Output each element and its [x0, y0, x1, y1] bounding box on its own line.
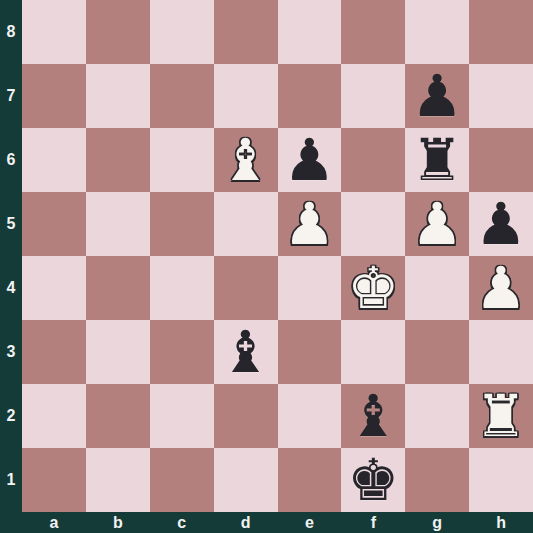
file-label-f: f	[341, 512, 405, 533]
square-f1[interactable]: ♚	[341, 448, 405, 512]
square-g3[interactable]	[405, 320, 469, 384]
square-e7[interactable]	[278, 64, 342, 128]
chess-board-frame: 87654321 ♟♝♟♜♟♟♟♚♟♝♝♜♚ abcdefgh	[0, 0, 533, 533]
square-f8[interactable]	[341, 0, 405, 64]
square-c1[interactable]	[150, 448, 214, 512]
square-a8[interactable]	[22, 0, 86, 64]
square-a3[interactable]	[22, 320, 86, 384]
square-b6[interactable]	[86, 128, 150, 192]
square-g2[interactable]	[405, 384, 469, 448]
piece-white-pawn[interactable]: ♟	[411, 192, 463, 256]
piece-black-bishop[interactable]: ♝	[220, 320, 272, 384]
square-b3[interactable]	[86, 320, 150, 384]
rank-label-3: 3	[0, 320, 22, 384]
piece-black-rook[interactable]: ♜	[411, 128, 463, 192]
file-label-d: d	[214, 512, 278, 533]
piece-black-pawn[interactable]: ♟	[475, 192, 527, 256]
square-e6[interactable]: ♟	[278, 128, 342, 192]
square-a2[interactable]	[22, 384, 86, 448]
square-g5[interactable]: ♟	[405, 192, 469, 256]
piece-white-bishop[interactable]: ♝	[220, 128, 272, 192]
square-c8[interactable]	[150, 0, 214, 64]
square-h3[interactable]	[469, 320, 533, 384]
square-d3[interactable]: ♝	[214, 320, 278, 384]
square-e3[interactable]	[278, 320, 342, 384]
piece-black-bishop[interactable]: ♝	[347, 384, 399, 448]
square-d2[interactable]	[214, 384, 278, 448]
square-c6[interactable]	[150, 128, 214, 192]
square-f5[interactable]	[341, 192, 405, 256]
square-b8[interactable]	[86, 0, 150, 64]
rank-label-2: 2	[0, 384, 22, 448]
file-label-a: a	[22, 512, 86, 533]
piece-black-pawn[interactable]: ♟	[411, 64, 463, 128]
square-e2[interactable]	[278, 384, 342, 448]
square-d1[interactable]	[214, 448, 278, 512]
square-h1[interactable]	[469, 448, 533, 512]
square-b4[interactable]	[86, 256, 150, 320]
piece-white-king[interactable]: ♚	[347, 256, 399, 320]
square-a5[interactable]	[22, 192, 86, 256]
square-d5[interactable]	[214, 192, 278, 256]
square-h7[interactable]	[469, 64, 533, 128]
square-f2[interactable]: ♝	[341, 384, 405, 448]
piece-white-rook[interactable]: ♜	[475, 384, 527, 448]
square-h4[interactable]: ♟	[469, 256, 533, 320]
square-f3[interactable]	[341, 320, 405, 384]
square-b1[interactable]	[86, 448, 150, 512]
square-d6[interactable]: ♝	[214, 128, 278, 192]
square-e5[interactable]: ♟	[278, 192, 342, 256]
square-f4[interactable]: ♚	[341, 256, 405, 320]
square-g6[interactable]: ♜	[405, 128, 469, 192]
board-frame-corner	[0, 512, 22, 533]
piece-black-pawn[interactable]: ♟	[283, 128, 335, 192]
square-h6[interactable]	[469, 128, 533, 192]
square-g7[interactable]: ♟	[405, 64, 469, 128]
square-c4[interactable]	[150, 256, 214, 320]
piece-white-pawn[interactable]: ♟	[475, 256, 527, 320]
square-d7[interactable]	[214, 64, 278, 128]
square-g4[interactable]	[405, 256, 469, 320]
square-h5[interactable]: ♟	[469, 192, 533, 256]
square-a6[interactable]	[22, 128, 86, 192]
file-label-e: e	[278, 512, 342, 533]
rank-label-4: 4	[0, 256, 22, 320]
file-labels: abcdefgh	[22, 512, 533, 533]
square-h8[interactable]	[469, 0, 533, 64]
square-c3[interactable]	[150, 320, 214, 384]
square-c7[interactable]	[150, 64, 214, 128]
square-c5[interactable]	[150, 192, 214, 256]
file-label-b: b	[86, 512, 150, 533]
square-g1[interactable]	[405, 448, 469, 512]
chess-board[interactable]: ♟♝♟♜♟♟♟♚♟♝♝♜♚	[22, 0, 533, 512]
rank-label-7: 7	[0, 64, 22, 128]
rank-label-1: 1	[0, 448, 22, 512]
square-d8[interactable]	[214, 0, 278, 64]
square-b5[interactable]	[86, 192, 150, 256]
square-b2[interactable]	[86, 384, 150, 448]
file-label-h: h	[469, 512, 533, 533]
square-f6[interactable]	[341, 128, 405, 192]
rank-label-8: 8	[0, 0, 22, 64]
rank-label-5: 5	[0, 192, 22, 256]
piece-white-pawn[interactable]: ♟	[283, 192, 335, 256]
square-b7[interactable]	[86, 64, 150, 128]
square-a1[interactable]	[22, 448, 86, 512]
square-d4[interactable]	[214, 256, 278, 320]
square-h2[interactable]: ♜	[469, 384, 533, 448]
square-f7[interactable]	[341, 64, 405, 128]
square-e8[interactable]	[278, 0, 342, 64]
square-e1[interactable]	[278, 448, 342, 512]
file-label-g: g	[405, 512, 469, 533]
square-e4[interactable]	[278, 256, 342, 320]
square-g8[interactable]	[405, 0, 469, 64]
square-c2[interactable]	[150, 384, 214, 448]
file-label-c: c	[150, 512, 214, 533]
rank-labels: 87654321	[0, 0, 22, 512]
square-a4[interactable]	[22, 256, 86, 320]
piece-black-king[interactable]: ♚	[347, 448, 399, 512]
square-a7[interactable]	[22, 64, 86, 128]
rank-label-6: 6	[0, 128, 22, 192]
